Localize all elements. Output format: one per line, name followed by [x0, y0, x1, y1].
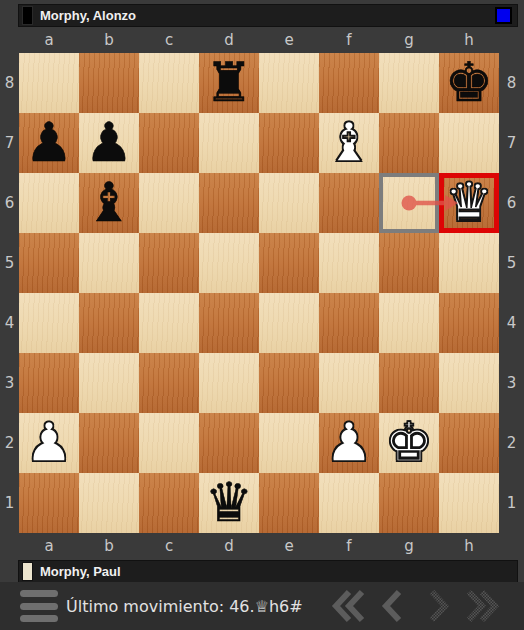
square-e7[interactable] — [259, 113, 319, 173]
square-c1[interactable] — [139, 473, 199, 533]
square-a1[interactable] — [19, 473, 79, 533]
file-label-g: g — [379, 533, 439, 559]
player-name-bottom: Morphy, Paul — [40, 564, 512, 579]
rank-label-8: 8 — [0, 53, 19, 113]
rank-label-3: 3 — [499, 353, 524, 413]
square-e5[interactable] — [259, 233, 319, 293]
square-f1[interactable] — [319, 473, 379, 533]
square-b1[interactable] — [79, 473, 139, 533]
rank-label-6: 6 — [499, 173, 524, 233]
square-h7[interactable] — [439, 113, 499, 173]
rank-label-1: 1 — [499, 473, 524, 533]
file-label-f: f — [319, 27, 379, 53]
square-f4[interactable] — [319, 293, 379, 353]
square-c5[interactable] — [139, 233, 199, 293]
square-d3[interactable] — [199, 353, 259, 413]
square-c4[interactable] — [139, 293, 199, 353]
black-color-icon — [22, 6, 33, 25]
square-h6[interactable]: ♛ — [439, 173, 499, 233]
piece-white-king: ♚ — [385, 413, 433, 473]
square-e1[interactable] — [259, 473, 319, 533]
square-a8[interactable] — [19, 53, 79, 113]
square-h4[interactable] — [439, 293, 499, 353]
rank-label-2: 2 — [0, 413, 19, 473]
square-d2[interactable] — [199, 413, 259, 473]
square-f6[interactable] — [319, 173, 379, 233]
square-a2[interactable]: ♟ — [19, 413, 79, 473]
rank-label-1: 1 — [0, 473, 19, 533]
file-label-d: d — [199, 533, 259, 559]
square-b5[interactable] — [79, 233, 139, 293]
square-c6[interactable] — [139, 173, 199, 233]
file-label-c: c — [139, 27, 199, 53]
square-f3[interactable] — [319, 353, 379, 413]
move-navigation — [329, 582, 502, 630]
square-h1[interactable] — [439, 473, 499, 533]
rank-label-8: 8 — [499, 53, 524, 113]
square-c7[interactable] — [139, 113, 199, 173]
square-c8[interactable] — [139, 53, 199, 113]
piece-white-pawn: ♟ — [25, 413, 73, 473]
first-move-button[interactable] — [329, 587, 367, 625]
file-label-h: h — [439, 27, 499, 53]
square-h8[interactable]: ♚ — [439, 53, 499, 113]
piece-white-bishop: ♝ — [325, 113, 373, 173]
square-f2[interactable]: ♟ — [319, 413, 379, 473]
file-label-h: h — [439, 533, 499, 559]
square-f7[interactable]: ♝ — [319, 113, 379, 173]
square-b4[interactable] — [79, 293, 139, 353]
square-b6[interactable]: ♝ — [79, 173, 139, 233]
file-label-b: b — [79, 533, 139, 559]
square-h5[interactable] — [439, 233, 499, 293]
square-a7[interactable]: ♟ — [19, 113, 79, 173]
next-move-button[interactable] — [419, 587, 457, 625]
square-e3[interactable] — [259, 353, 319, 413]
square-g8[interactable] — [379, 53, 439, 113]
square-g5[interactable] — [379, 233, 439, 293]
square-g6[interactable] — [379, 173, 439, 233]
square-f8[interactable] — [319, 53, 379, 113]
last-move-text: Último movimiento: 46.♕h6# — [66, 582, 303, 630]
player-bar-top: Morphy, Alonzo — [18, 4, 518, 27]
rank-label-5: 5 — [499, 233, 524, 293]
square-d6[interactable] — [199, 173, 259, 233]
square-c2[interactable] — [139, 413, 199, 473]
square-b2[interactable] — [79, 413, 139, 473]
square-e2[interactable] — [259, 413, 319, 473]
piece-white-pawn: ♟ — [325, 413, 373, 473]
square-h3[interactable] — [439, 353, 499, 413]
piece-black-pawn: ♟ — [85, 113, 133, 173]
piece-black-pawn: ♟ — [25, 113, 73, 173]
rank-label-7: 7 — [0, 113, 19, 173]
square-d4[interactable] — [199, 293, 259, 353]
rank-label-3: 3 — [0, 353, 19, 413]
square-e6[interactable] — [259, 173, 319, 233]
rank-label-4: 4 — [0, 293, 19, 353]
piece-black-bishop: ♝ — [85, 173, 133, 233]
player-name-top: Morphy, Alonzo — [40, 8, 495, 23]
square-b7[interactable]: ♟ — [79, 113, 139, 173]
last-move-button[interactable] — [464, 587, 502, 625]
square-e8[interactable] — [259, 53, 319, 113]
rank-label-7: 7 — [499, 113, 524, 173]
square-d7[interactable] — [199, 113, 259, 173]
rank-label-6: 6 — [0, 173, 19, 233]
rank-labels-right: 87654321 — [499, 53, 524, 533]
file-label-a: a — [19, 533, 79, 559]
square-g3[interactable] — [379, 353, 439, 413]
square-a3[interactable] — [19, 353, 79, 413]
piece-black-king: ♚ — [445, 53, 493, 113]
square-a6[interactable] — [19, 173, 79, 233]
square-b8[interactable] — [79, 53, 139, 113]
square-g2[interactable]: ♚ — [379, 413, 439, 473]
file-label-d: d — [199, 27, 259, 53]
file-label-c: c — [139, 533, 199, 559]
piece-black-rook: ♜ — [205, 53, 253, 113]
chess-board: ♜♚♟♟♝♝♛♟♟♚♛ — [19, 53, 499, 533]
square-g1[interactable] — [379, 473, 439, 533]
file-label-e: e — [259, 533, 319, 559]
square-h2[interactable] — [439, 413, 499, 473]
file-label-f: f — [319, 533, 379, 559]
rank-labels-left: 87654321 — [0, 53, 19, 533]
piece-black-queen: ♛ — [205, 473, 253, 533]
file-label-e: e — [259, 27, 319, 53]
rank-label-2: 2 — [499, 413, 524, 473]
square-e4[interactable] — [259, 293, 319, 353]
menu-icon[interactable] — [20, 590, 58, 622]
square-f5[interactable] — [319, 233, 379, 293]
player-bar-bottom: Morphy, Paul — [18, 560, 518, 583]
square-c3[interactable] — [139, 353, 199, 413]
rank-label-5: 5 — [0, 233, 19, 293]
piece-white-queen: ♛ — [445, 173, 493, 233]
square-a5[interactable] — [19, 233, 79, 293]
square-a4[interactable] — [19, 293, 79, 353]
white-color-icon — [22, 562, 33, 581]
square-d8[interactable]: ♜ — [199, 53, 259, 113]
square-g4[interactable] — [379, 293, 439, 353]
file-label-b: b — [79, 27, 139, 53]
square-b3[interactable] — [79, 353, 139, 413]
square-g7[interactable] — [379, 113, 439, 173]
file-labels-bottom: abcdefgh — [19, 533, 499, 559]
rank-label-4: 4 — [499, 293, 524, 353]
file-labels-top: abcdefgh — [19, 27, 499, 53]
file-label-a: a — [19, 27, 79, 53]
file-label-g: g — [379, 27, 439, 53]
blue-indicator-icon[interactable] — [495, 7, 512, 24]
status-bar: Último movimiento: 46.♕h6# — [0, 582, 524, 630]
square-d1[interactable]: ♛ — [199, 473, 259, 533]
square-d5[interactable] — [199, 233, 259, 293]
previous-move-button[interactable] — [374, 587, 412, 625]
